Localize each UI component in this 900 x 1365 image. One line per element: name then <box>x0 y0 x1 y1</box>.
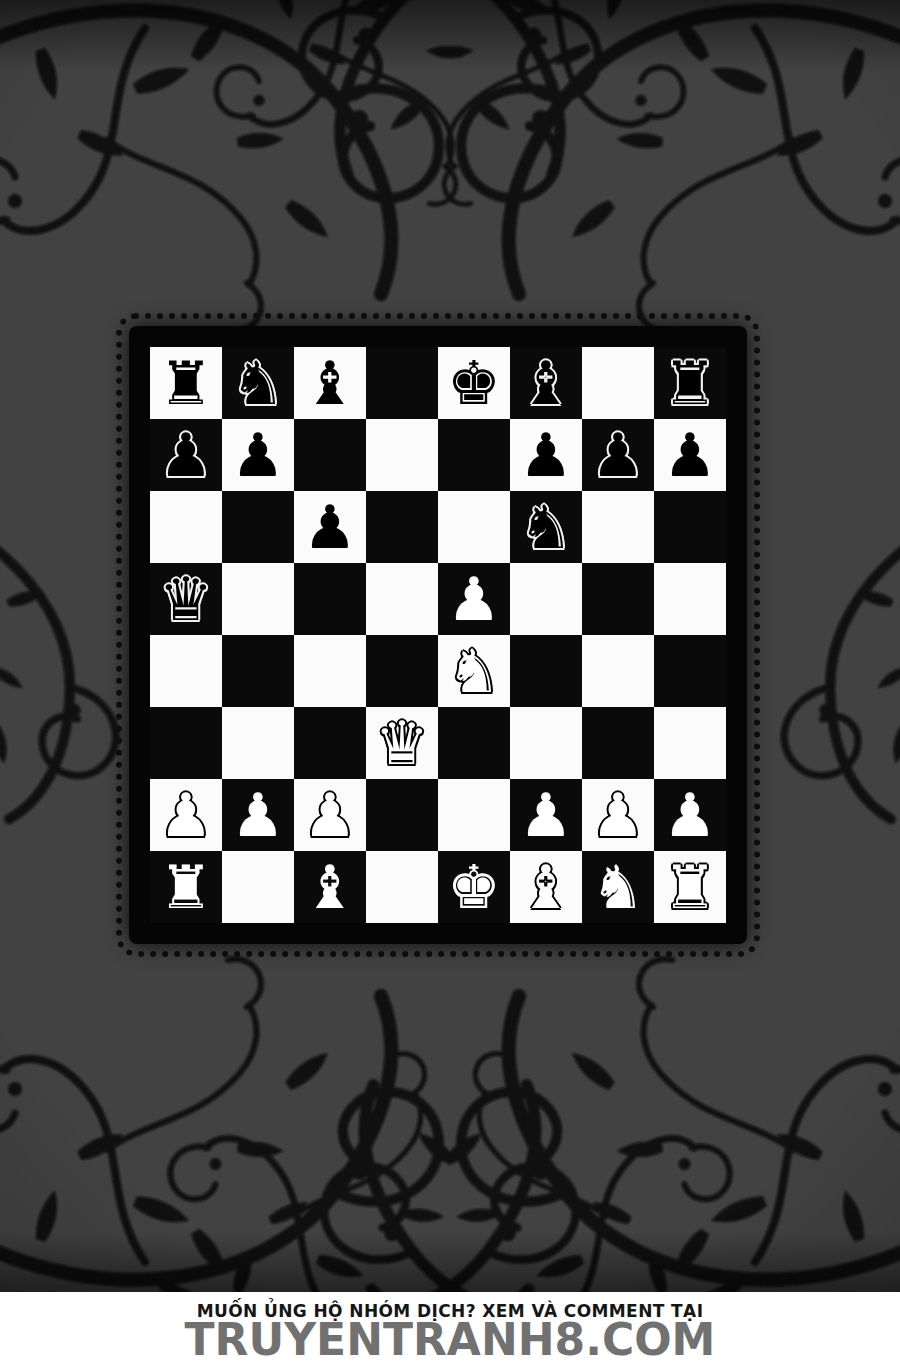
square-b3 <box>222 707 294 779</box>
square-d8 <box>366 347 438 419</box>
white-pawn: ♟ <box>510 779 582 851</box>
black-rook: ♜ <box>150 347 222 419</box>
square-c1: ♝ <box>294 851 366 923</box>
square-a7: ♟ <box>150 419 222 491</box>
square-b8: ♞ <box>222 347 294 419</box>
black-bishop: ♝ <box>510 347 582 419</box>
square-e8: ♚ <box>438 347 510 419</box>
square-d1 <box>366 851 438 923</box>
black-bishop: ♝ <box>294 347 366 419</box>
square-a8: ♜ <box>150 347 222 419</box>
square-g4 <box>582 635 654 707</box>
square-c8: ♝ <box>294 347 366 419</box>
square-g5 <box>582 563 654 635</box>
square-e1: ♚ <box>438 851 510 923</box>
white-pawn: ♟ <box>438 563 510 635</box>
square-a1: ♜ <box>150 851 222 923</box>
square-b7: ♟ <box>222 419 294 491</box>
white-rook: ♜ <box>654 851 726 923</box>
site-name: TRUYENTRANH8.COM <box>0 1318 900 1362</box>
black-pawn: ♟ <box>294 491 366 563</box>
square-h3 <box>654 707 726 779</box>
square-f7: ♟ <box>510 419 582 491</box>
white-knight: ♞ <box>438 635 510 707</box>
square-a6 <box>150 491 222 563</box>
white-king: ♚ <box>438 851 510 923</box>
white-bishop: ♝ <box>510 851 582 923</box>
square-a3 <box>150 707 222 779</box>
square-b6 <box>222 491 294 563</box>
square-d7 <box>366 419 438 491</box>
artwork-area: ♜♞♝♚♝♜♟♟♟♟♟♟♞♛♟♞♛♟♟♟♟♟♟♜♝♚♝♞♜ <box>0 0 900 1292</box>
square-g1: ♞ <box>582 851 654 923</box>
square-b4 <box>222 635 294 707</box>
square-g7: ♟ <box>582 419 654 491</box>
square-b1 <box>222 851 294 923</box>
black-queen: ♛ <box>150 563 222 635</box>
white-knight: ♞ <box>582 851 654 923</box>
square-f8: ♝ <box>510 347 582 419</box>
black-pawn: ♟ <box>510 419 582 491</box>
square-h5 <box>654 563 726 635</box>
white-rook: ♜ <box>150 851 222 923</box>
square-h4 <box>654 635 726 707</box>
square-f2: ♟ <box>510 779 582 851</box>
square-a2: ♟ <box>150 779 222 851</box>
board-frame: ♜♞♝♚♝♜♟♟♟♟♟♟♞♛♟♞♛♟♟♟♟♟♟♜♝♚♝♞♜ <box>129 326 747 944</box>
white-pawn: ♟ <box>150 779 222 851</box>
square-f5 <box>510 563 582 635</box>
square-a5: ♛ <box>150 563 222 635</box>
black-pawn: ♟ <box>654 419 726 491</box>
square-g6 <box>582 491 654 563</box>
square-d6 <box>366 491 438 563</box>
square-g3 <box>582 707 654 779</box>
square-d3: ♛ <box>366 707 438 779</box>
square-c6: ♟ <box>294 491 366 563</box>
white-pawn: ♟ <box>654 779 726 851</box>
square-f3 <box>510 707 582 779</box>
square-f6: ♞ <box>510 491 582 563</box>
square-h6 <box>654 491 726 563</box>
square-h2: ♟ <box>654 779 726 851</box>
black-knight: ♞ <box>222 347 294 419</box>
square-e4: ♞ <box>438 635 510 707</box>
credit-footer: MUỐN ỦNG HỘ NHÓM DỊCH? XEM VÀ COMMENT TẠ… <box>0 1292 900 1365</box>
white-pawn: ♟ <box>294 779 366 851</box>
black-knight: ♞ <box>510 491 582 563</box>
square-f4 <box>510 635 582 707</box>
square-e5: ♟ <box>438 563 510 635</box>
square-c2: ♟ <box>294 779 366 851</box>
black-pawn: ♟ <box>222 419 294 491</box>
square-c5 <box>294 563 366 635</box>
square-h1: ♜ <box>654 851 726 923</box>
square-d2 <box>366 779 438 851</box>
chess-board: ♜♞♝♚♝♜♟♟♟♟♟♟♞♛♟♞♛♟♟♟♟♟♟♜♝♚♝♞♜ <box>150 347 726 923</box>
square-h7: ♟ <box>654 419 726 491</box>
black-pawn: ♟ <box>582 419 654 491</box>
square-e6 <box>438 491 510 563</box>
square-e7 <box>438 419 510 491</box>
square-a4 <box>150 635 222 707</box>
white-pawn: ♟ <box>222 779 294 851</box>
square-c7 <box>294 419 366 491</box>
square-c4 <box>294 635 366 707</box>
square-f1: ♝ <box>510 851 582 923</box>
square-c3 <box>294 707 366 779</box>
square-b5 <box>222 563 294 635</box>
square-d4 <box>366 635 438 707</box>
black-pawn: ♟ <box>150 419 222 491</box>
square-b2: ♟ <box>222 779 294 851</box>
black-rook: ♜ <box>654 347 726 419</box>
manga-page: ♜♞♝♚♝♜♟♟♟♟♟♟♞♛♟♞♛♟♟♟♟♟♟♜♝♚♝♞♜ MUỐN ỦNG H… <box>0 0 900 1365</box>
square-e2 <box>438 779 510 851</box>
square-g2: ♟ <box>582 779 654 851</box>
black-king: ♚ <box>438 347 510 419</box>
square-h8: ♜ <box>654 347 726 419</box>
white-pawn: ♟ <box>582 779 654 851</box>
square-d5 <box>366 563 438 635</box>
square-g8 <box>582 347 654 419</box>
white-bishop: ♝ <box>294 851 366 923</box>
square-e3 <box>438 707 510 779</box>
white-queen: ♛ <box>366 707 438 779</box>
